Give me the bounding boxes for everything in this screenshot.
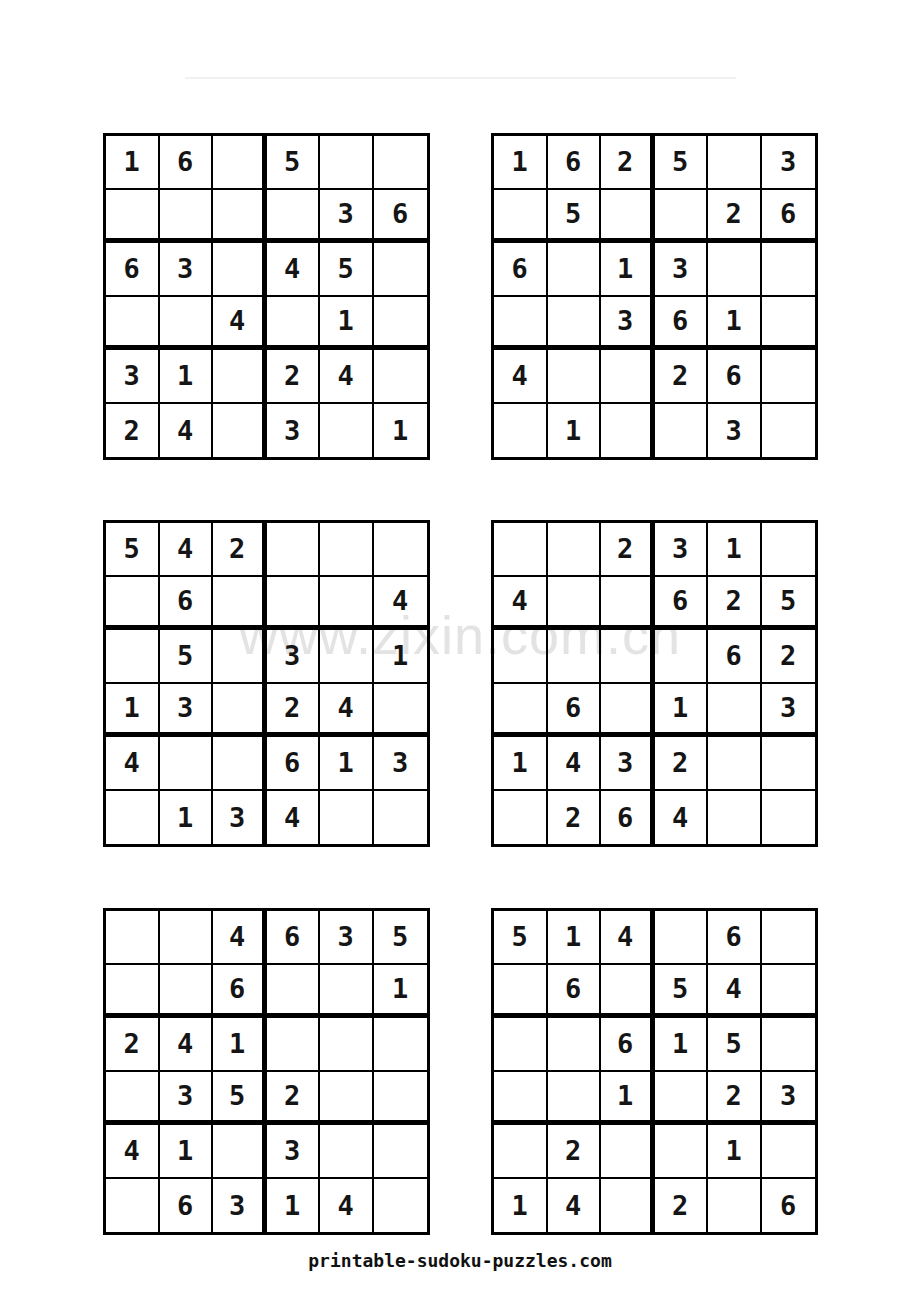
cell-r5c3 [601,350,655,404]
cell-r3c1: 2 [106,1018,160,1072]
cell-r6c3: 3 [213,1179,267,1233]
cell-r1c6: 3 [762,136,816,190]
cell-r6c3 [601,404,655,458]
cell-r6c5 [708,1179,762,1233]
cell-r3c5: 5 [320,243,374,297]
cell-r2c5: 2 [708,577,762,631]
cell-r4c5: 1 [708,297,762,351]
sudoku-board-1: 1653663454131242431 [103,133,430,460]
cell-r5c5: 1 [320,737,374,791]
cell-r2c2: 6 [548,965,602,1019]
cell-r2c6: 6 [762,190,816,244]
cell-r2c2: 6 [160,577,214,631]
cell-r1c4: 5 [655,136,709,190]
cell-r1c4: 5 [267,136,321,190]
cell-r5c1: 4 [106,737,160,791]
cell-r5c1: 3 [106,350,160,404]
cell-r1c5: 6 [708,911,762,965]
cell-r4c6: 3 [762,1072,816,1126]
cell-r6c2: 4 [160,404,214,458]
cell-r6c1 [106,791,160,845]
cell-r2c3 [601,190,655,244]
cell-r2c2 [160,965,214,1019]
cell-r4c6: 3 [762,684,816,738]
cell-r3c1: 6 [106,243,160,297]
cell-r2c2 [160,190,214,244]
cell-r4c4: 2 [267,1072,321,1126]
cell-r5c2: 1 [160,350,214,404]
cell-r4c3: 3 [601,297,655,351]
cell-r1c3: 2 [601,523,655,577]
cell-r5c5: 1 [708,1125,762,1179]
cell-r6c6 [762,404,816,458]
sudoku-board-4: 2314625626131432264 [491,520,818,847]
cell-r1c5: 3 [320,911,374,965]
cell-r5c2 [548,350,602,404]
cell-r6c1: 2 [106,404,160,458]
cell-r1c1: 1 [106,136,160,190]
cell-r3c1 [106,630,160,684]
cell-r6c3 [213,404,267,458]
cell-r2c3 [601,965,655,1019]
sudoku-board-5: 4635612413524136314 [103,908,430,1235]
sudoku-board-2: 1625352661336142613 [491,133,818,460]
cell-r3c1 [494,630,548,684]
cell-r5c2: 2 [548,1125,602,1179]
cell-r6c4: 4 [655,791,709,845]
cell-r6c1 [494,404,548,458]
cell-r3c5: 6 [708,630,762,684]
cell-r4c3 [213,684,267,738]
cell-r2c4: 6 [655,577,709,631]
cell-r2c3: 6 [213,965,267,1019]
cell-r2c4 [267,965,321,1019]
cell-r1c1 [106,911,160,965]
cell-r5c6 [762,737,816,791]
cell-r6c1 [106,1179,160,1233]
cell-r1c6 [762,523,816,577]
cell-r4c6 [762,297,816,351]
cell-r4c2: 6 [548,684,602,738]
cell-r3c5 [320,1018,374,1072]
cell-r3c3 [601,630,655,684]
cell-r1c1: 5 [494,911,548,965]
cell-r5c3: 3 [601,737,655,791]
cell-r3c6 [374,1018,428,1072]
cell-r5c1: 4 [106,1125,160,1179]
cell-r5c3 [213,350,267,404]
cell-r6c1: 1 [494,1179,548,1233]
cell-r3c2: 3 [160,243,214,297]
cell-r5c1 [494,1125,548,1179]
cell-r4c3: 1 [601,1072,655,1126]
cell-r3c4: 4 [267,243,321,297]
cell-r4c2 [548,1072,602,1126]
cell-r5c2: 1 [160,1125,214,1179]
cell-r6c5: 4 [320,1179,374,1233]
cell-r3c3: 6 [601,1018,655,1072]
cell-r2c1 [494,965,548,1019]
cell-r6c2: 2 [548,791,602,845]
cell-r2c3 [601,577,655,631]
cell-r2c1: 4 [494,577,548,631]
cell-r4c1: 1 [106,684,160,738]
cell-r6c5: 3 [708,404,762,458]
cell-r1c3: 2 [213,523,267,577]
cell-r2c2 [548,577,602,631]
cell-r5c4: 2 [655,737,709,791]
cell-r1c4: 6 [267,911,321,965]
cell-r1c1: 1 [494,136,548,190]
cell-r4c2 [160,297,214,351]
cell-r1c6 [762,911,816,965]
cell-r3c6: 2 [762,630,816,684]
cell-r1c5: 1 [708,523,762,577]
cell-r5c2 [160,737,214,791]
cell-r5c4: 2 [267,350,321,404]
cell-r6c4 [655,404,709,458]
cell-r1c3: 2 [601,136,655,190]
cell-r6c6: 1 [374,404,428,458]
cell-r2c6: 4 [374,577,428,631]
cell-r3c6 [374,243,428,297]
cell-r6c4: 4 [267,791,321,845]
cell-r5c2: 4 [548,737,602,791]
cell-r5c4: 3 [267,1125,321,1179]
cell-r2c5: 4 [708,965,762,1019]
cell-r4c3: 5 [213,1072,267,1126]
site-credit: printable-sudoku-puzzles.com [0,1250,920,1272]
cell-r2c2: 5 [548,190,602,244]
cell-r2c1 [106,190,160,244]
cell-r4c6 [374,297,428,351]
cell-r6c3: 3 [213,791,267,845]
cell-r1c3: 4 [213,911,267,965]
cell-r3c2 [548,1018,602,1072]
cell-r5c3 [213,737,267,791]
cell-r3c3: 1 [213,1018,267,1072]
cell-r2c3 [213,577,267,631]
cell-r2c6: 1 [374,965,428,1019]
cell-r5c1: 1 [494,737,548,791]
cell-r1c5 [320,523,374,577]
cell-r1c2: 1 [548,911,602,965]
cell-r4c2: 3 [160,1072,214,1126]
sudoku-board-6: 5146654615123211426 [491,908,818,1235]
cell-r5c6: 3 [374,737,428,791]
cell-r5c6 [762,350,816,404]
cell-r5c4: 2 [655,350,709,404]
cell-r1c5 [708,136,762,190]
cell-r4c5: 2 [708,1072,762,1126]
cell-r5c1: 4 [494,350,548,404]
cell-r6c2: 4 [548,1179,602,1233]
cell-r6c3: 6 [601,791,655,845]
cell-r3c3 [213,243,267,297]
cell-r4c2 [548,297,602,351]
cell-r3c4: 3 [655,243,709,297]
cell-r3c5 [708,243,762,297]
cell-r2c6: 6 [374,190,428,244]
cell-r1c2 [160,911,214,965]
cell-r4c1 [494,684,548,738]
cell-r2c5: 2 [708,190,762,244]
cell-r5c3 [213,1125,267,1179]
cell-r1c3 [213,136,267,190]
cell-r4c5: 4 [320,684,374,738]
cell-r2c6 [762,965,816,1019]
cell-r4c4 [267,297,321,351]
cell-r3c5 [320,630,374,684]
cell-r2c1 [106,577,160,631]
cell-r4c4: 6 [655,297,709,351]
cell-r3c2: 4 [160,1018,214,1072]
cell-r2c4 [267,577,321,631]
cell-r5c5: 6 [708,350,762,404]
cell-r2c5 [320,577,374,631]
cell-r5c6 [374,1125,428,1179]
cell-r4c1 [106,1072,160,1126]
cell-r3c4 [267,1018,321,1072]
cell-r1c5 [320,136,374,190]
cell-r3c2 [548,630,602,684]
cell-r6c5 [320,791,374,845]
cell-r4c4: 1 [655,684,709,738]
cell-r6c5 [708,791,762,845]
cell-r5c6 [374,350,428,404]
cell-r5c5 [708,737,762,791]
cell-r2c4 [267,190,321,244]
printable-sudoku-sheet: www.zixin.com.cn 1653663454131242431 162… [0,0,920,1302]
cell-r4c6 [374,684,428,738]
cell-r5c3 [601,1125,655,1179]
cell-r4c6 [374,1072,428,1126]
cell-r3c4 [655,630,709,684]
cell-r5c6 [762,1125,816,1179]
cell-r2c4 [655,190,709,244]
cell-r1c4 [267,523,321,577]
cell-r2c5: 3 [320,190,374,244]
cell-r6c6 [762,791,816,845]
cell-r3c4: 1 [655,1018,709,1072]
cell-r1c4 [655,911,709,965]
cell-r6c2: 1 [160,791,214,845]
cell-r3c6: 1 [374,630,428,684]
cell-r6c4: 2 [655,1179,709,1233]
cell-r1c2 [548,523,602,577]
cell-r6c1 [494,791,548,845]
cell-r1c1 [494,523,548,577]
cell-r6c6 [374,791,428,845]
cell-r3c3: 1 [601,243,655,297]
cell-r6c5 [320,404,374,458]
cell-r4c1 [494,297,548,351]
cell-r2c1 [494,190,548,244]
cell-r4c5 [320,1072,374,1126]
cell-r5c5 [320,1125,374,1179]
cell-r5c5: 4 [320,350,374,404]
cell-r1c6 [374,523,428,577]
cell-r4c4 [655,1072,709,1126]
cell-r4c5: 1 [320,297,374,351]
cell-r4c3 [601,684,655,738]
cell-r4c5 [708,684,762,738]
cell-r4c2: 3 [160,684,214,738]
cell-r3c5: 5 [708,1018,762,1072]
cell-r6c3 [601,1179,655,1233]
cell-r3c1 [494,1018,548,1072]
cell-r2c6: 5 [762,577,816,631]
cell-r5c4: 6 [267,737,321,791]
cell-r5c4 [655,1125,709,1179]
cell-r6c4: 3 [267,404,321,458]
cell-r4c3: 4 [213,297,267,351]
cell-r1c4: 3 [655,523,709,577]
cell-r3c6 [762,243,816,297]
cell-r2c4: 5 [655,965,709,1019]
cell-r4c1 [494,1072,548,1126]
cell-r1c6 [374,136,428,190]
cell-r1c6: 5 [374,911,428,965]
cell-r6c4: 1 [267,1179,321,1233]
cell-r2c1 [106,965,160,1019]
cell-r3c2: 5 [160,630,214,684]
cell-r3c6 [762,1018,816,1072]
cell-r1c2: 4 [160,523,214,577]
cell-r2c3 [213,190,267,244]
faded-title-rule [185,77,736,79]
cell-r3c1: 6 [494,243,548,297]
cell-r1c2: 6 [160,136,214,190]
cell-r6c6 [374,1179,428,1233]
cell-r3c4: 3 [267,630,321,684]
cell-r6c2: 6 [160,1179,214,1233]
cell-r4c4: 2 [267,684,321,738]
cell-r2c5 [320,965,374,1019]
cell-r6c6: 6 [762,1179,816,1233]
cell-r3c3 [213,630,267,684]
sudoku-board-3: 5426453113244613134 [103,520,430,847]
cell-r1c3: 4 [601,911,655,965]
cell-r3c2 [548,243,602,297]
cell-r4c1 [106,297,160,351]
cell-r6c2: 1 [548,404,602,458]
cell-r1c2: 6 [548,136,602,190]
cell-r1c1: 5 [106,523,160,577]
